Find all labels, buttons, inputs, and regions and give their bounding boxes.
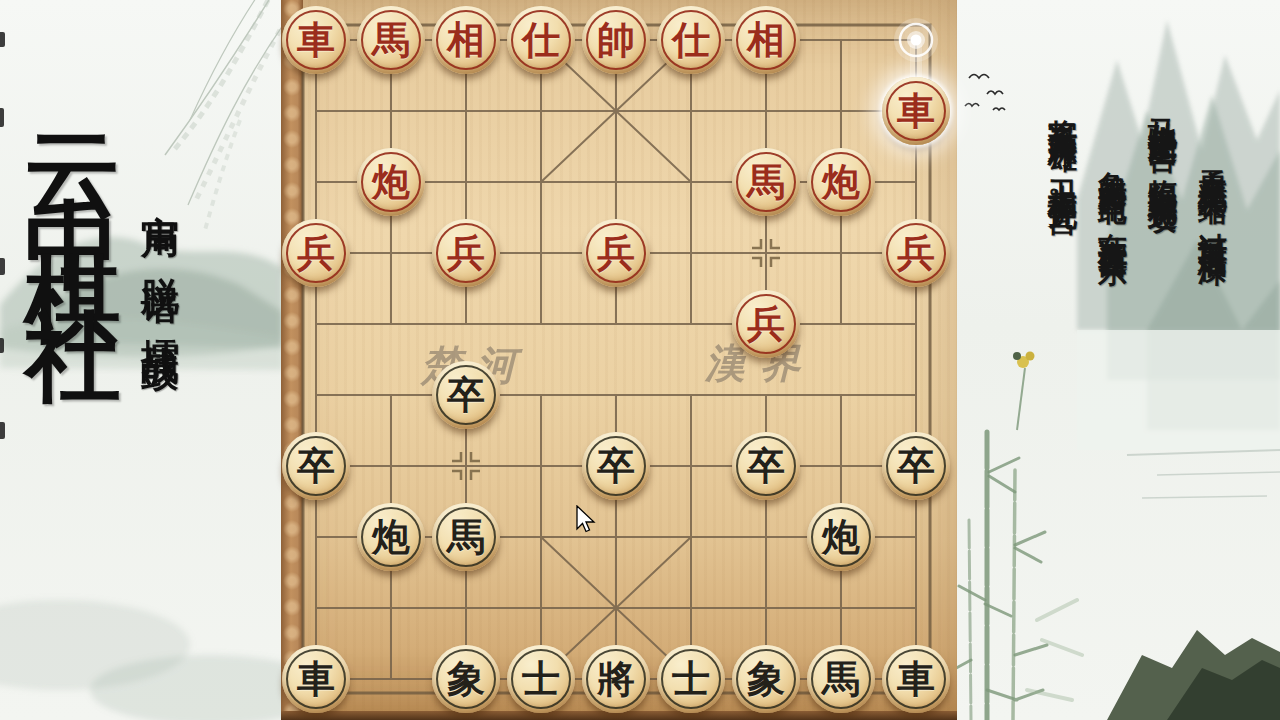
piece-glyph: 馬 [432, 503, 500, 571]
black-piece-車-8-9[interactable]: 車 [882, 645, 950, 713]
clipped-calligraphy-mark [0, 108, 4, 127]
piece-glyph: 炮 [357, 148, 425, 216]
flower [1013, 352, 1035, 431]
piece-glyph: 卒 [582, 432, 650, 500]
piece-glyph: 兵 [282, 219, 350, 287]
black-piece-士-3-9[interactable]: 士 [507, 645, 575, 713]
piece-glyph: 車 [282, 6, 350, 74]
red-piece-相-2-0[interactable]: 相 [432, 6, 500, 74]
red-piece-相-6-0[interactable]: 相 [732, 6, 800, 74]
poem-column-2: 马驰捷径迂围合，炮隔重城利远攻。 [1143, 96, 1183, 218]
piece-glyph: 象 [732, 645, 800, 713]
piece-glyph: 兵 [582, 219, 650, 287]
black-piece-士-5-9[interactable]: 士 [657, 645, 725, 713]
right-ink-panel: 勇卒精兵无畏缩，过河前进可横冲。 马驰捷径迂围合，炮隔重城利远攻。 象越方田跨南… [957, 0, 1280, 720]
black-piece-象-2-9[interactable]: 象 [432, 645, 500, 713]
left-ink-panel: 云中棋社 审局 脱谱 擂战鼓 [0, 0, 283, 720]
red-piece-兵-2-3[interactable]: 兵 [432, 219, 500, 287]
piece-glyph: 將 [582, 645, 650, 713]
piece-glyph: 車 [282, 645, 350, 713]
piece-grid: 車馬相仕帥仕相車炮馬炮兵兵兵兵兵卒卒卒卒卒炮馬炮車象士將士象馬車 [279, 5, 954, 715]
red-piece-仕-3-0[interactable]: 仕 [507, 6, 575, 74]
red-piece-馬-1-0[interactable]: 馬 [357, 6, 425, 74]
piece-glyph: 相 [432, 6, 500, 74]
black-piece-馬-7-9[interactable]: 馬 [807, 645, 875, 713]
piece-glyph: 卒 [882, 432, 950, 500]
clipped-calligraphy-mark [0, 258, 5, 275]
piece-glyph: 卒 [432, 361, 500, 429]
club-title-calligraphy: 云中棋社 [8, 64, 138, 284]
red-piece-帥-4-0[interactable]: 帥 [582, 6, 650, 74]
clipped-calligraphy-mark [0, 338, 4, 353]
piece-glyph: 士 [657, 645, 725, 713]
black-piece-卒-2-5[interactable]: 卒 [432, 361, 500, 429]
red-piece-炮-1-2[interactable]: 炮 [357, 148, 425, 216]
red-piece-兵-0-3[interactable]: 兵 [282, 219, 350, 287]
poem-column-3: 象越方田跨南北，车冲直道任西东。 [1093, 148, 1133, 270]
black-piece-將-4-9[interactable]: 將 [582, 645, 650, 713]
black-piece-炮-1-7[interactable]: 炮 [357, 503, 425, 571]
piece-glyph: 仕 [657, 6, 725, 74]
mouse-cursor [575, 505, 599, 535]
piece-glyph: 馬 [807, 645, 875, 713]
black-piece-車-0-9[interactable]: 車 [282, 645, 350, 713]
black-piece-馬-2-7[interactable]: 馬 [432, 503, 500, 571]
piece-glyph: 象 [432, 645, 500, 713]
app-window: 云中棋社 审局 脱谱 擂战鼓 [0, 0, 1280, 720]
bamboo [957, 432, 1082, 720]
clipped-calligraphy-mark [0, 422, 5, 439]
black-piece-炮-7-7[interactable]: 炮 [807, 503, 875, 571]
piece-glyph: 兵 [732, 290, 800, 358]
red-piece-兵-6-4[interactable]: 兵 [732, 290, 800, 358]
clipped-calligraphy-mark [0, 32, 5, 47]
red-piece-車-0-0[interactable]: 車 [282, 6, 350, 74]
piece-glyph: 仕 [507, 6, 575, 74]
piece-glyph: 卒 [282, 432, 350, 500]
red-piece-兵-4-3[interactable]: 兵 [582, 219, 650, 287]
club-subtitle-calligraphy: 审局 脱谱 擂战鼓 [134, 184, 185, 332]
piece-glyph: 炮 [807, 503, 875, 571]
black-piece-象-6-9[interactable]: 象 [732, 645, 800, 713]
piece-glyph: 車 [882, 77, 950, 145]
piece-glyph: 炮 [807, 148, 875, 216]
poem-column-1: 勇卒精兵无畏缩，过河前进可横冲。 [1193, 148, 1233, 270]
poem-column-4: 将军元帅两称雄，卫士相丞护九宫。 [1043, 96, 1083, 218]
piece-glyph: 車 [882, 645, 950, 713]
black-piece-卒-0-6[interactable]: 卒 [282, 432, 350, 500]
black-piece-卒-4-6[interactable]: 卒 [582, 432, 650, 500]
red-piece-仕-5-0[interactable]: 仕 [657, 6, 725, 74]
piece-glyph: 卒 [732, 432, 800, 500]
right-ink-painting [957, 0, 1280, 720]
piece-glyph: 兵 [882, 219, 950, 287]
red-piece-馬-6-2[interactable]: 馬 [732, 148, 800, 216]
black-piece-卒-6-6[interactable]: 卒 [732, 432, 800, 500]
red-piece-兵-8-3[interactable]: 兵 [882, 219, 950, 287]
black-piece-卒-8-6[interactable]: 卒 [882, 432, 950, 500]
piece-glyph: 士 [507, 645, 575, 713]
birds [965, 75, 1005, 111]
piece-glyph: 炮 [357, 503, 425, 571]
red-piece-炮-7-2[interactable]: 炮 [807, 148, 875, 216]
piece-glyph: 帥 [582, 6, 650, 74]
red-piece-車-8-1[interactable]: 車 [882, 77, 950, 145]
xiangqi-board[interactable]: 楚河 漢界 車馬相仕帥仕相車炮馬炮兵兵兵兵兵卒卒卒卒卒炮馬炮車象士將士象馬車 [281, 0, 957, 720]
piece-glyph: 兵 [432, 219, 500, 287]
piece-glyph: 相 [732, 6, 800, 74]
piece-glyph: 馬 [357, 6, 425, 74]
piece-glyph: 馬 [732, 148, 800, 216]
